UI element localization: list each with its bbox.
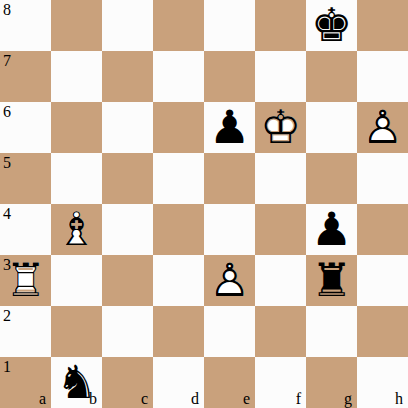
rank-label-4: 4 <box>3 206 11 222</box>
square-f7[interactable] <box>255 51 306 102</box>
rank-label-1: 1 <box>3 359 11 375</box>
piece-black-knight[interactable]: ♞ <box>51 357 102 408</box>
piece-black-rook[interactable]: ♜ <box>306 255 357 306</box>
file-label-h: h <box>395 391 403 407</box>
square-g2[interactable] <box>306 306 357 357</box>
square-g6[interactable] <box>306 102 357 153</box>
piece-white-pawn[interactable]: ♟♙ <box>357 102 408 153</box>
rank-label-5: 5 <box>3 155 11 171</box>
square-a8[interactable]: 8 <box>0 0 51 51</box>
white-pawn-icon: ♙ <box>357 102 408 153</box>
square-d3[interactable] <box>153 255 204 306</box>
square-f6[interactable]: ♚♔ <box>255 102 306 153</box>
square-d4[interactable] <box>153 204 204 255</box>
square-f8[interactable] <box>255 0 306 51</box>
square-e7[interactable] <box>204 51 255 102</box>
square-b6[interactable] <box>51 102 102 153</box>
black-knight-icon: ♞ <box>51 357 102 408</box>
square-g3[interactable]: ♜ <box>306 255 357 306</box>
square-b4[interactable]: ♝♗ <box>51 204 102 255</box>
square-h8[interactable] <box>357 0 408 51</box>
square-h3[interactable] <box>357 255 408 306</box>
square-a2[interactable]: 2 <box>0 306 51 357</box>
square-f5[interactable] <box>255 153 306 204</box>
square-d8[interactable] <box>153 0 204 51</box>
square-a7[interactable]: 7 <box>0 51 51 102</box>
piece-white-bishop[interactable]: ♝♗ <box>51 204 102 255</box>
square-c1[interactable]: c <box>102 357 153 408</box>
square-h1[interactable]: h <box>357 357 408 408</box>
white-pawn-icon: ♙ <box>204 255 255 306</box>
white-bishop-icon: ♗ <box>51 204 102 255</box>
piece-white-pawn[interactable]: ♟♙ <box>204 255 255 306</box>
square-h4[interactable] <box>357 204 408 255</box>
square-h6[interactable]: ♟♙ <box>357 102 408 153</box>
square-c3[interactable] <box>102 255 153 306</box>
file-label-d: d <box>191 391 199 407</box>
rank-label-7: 7 <box>3 53 11 69</box>
file-label-f: f <box>296 391 301 407</box>
square-b2[interactable] <box>51 306 102 357</box>
square-f2[interactable] <box>255 306 306 357</box>
square-d5[interactable] <box>153 153 204 204</box>
square-g8[interactable]: ♚ <box>306 0 357 51</box>
square-b7[interactable] <box>51 51 102 102</box>
file-label-a: a <box>39 391 46 407</box>
square-h5[interactable] <box>357 153 408 204</box>
square-c4[interactable] <box>102 204 153 255</box>
black-king-icon: ♚ <box>306 0 357 51</box>
square-a6[interactable]: 6 <box>0 102 51 153</box>
square-d7[interactable] <box>153 51 204 102</box>
square-d2[interactable] <box>153 306 204 357</box>
square-e5[interactable] <box>204 153 255 204</box>
square-b8[interactable] <box>51 0 102 51</box>
square-b1[interactable]: ♞b <box>51 357 102 408</box>
square-c7[interactable] <box>102 51 153 102</box>
square-c8[interactable] <box>102 0 153 51</box>
piece-white-king[interactable]: ♚♔ <box>255 102 306 153</box>
square-a5[interactable]: 5 <box>0 153 51 204</box>
square-c6[interactable] <box>102 102 153 153</box>
chess-board: 8♚76♟♚♔♟♙54♝♗♟♜♖3♟♙♜21a♞bcdefgh <box>0 0 408 408</box>
square-f4[interactable] <box>255 204 306 255</box>
square-a3[interactable]: ♜♖3 <box>0 255 51 306</box>
square-g4[interactable]: ♟ <box>306 204 357 255</box>
square-b5[interactable] <box>51 153 102 204</box>
black-pawn-icon: ♟ <box>204 102 255 153</box>
piece-white-rook[interactable]: ♜♖ <box>0 255 51 306</box>
square-f3[interactable] <box>255 255 306 306</box>
square-h7[interactable] <box>357 51 408 102</box>
chess-board-wrap: 8♚76♟♚♔♟♙54♝♗♟♜♖3♟♙♜21a♞bcdefgh <box>0 0 408 408</box>
square-b3[interactable] <box>51 255 102 306</box>
rank-label-8: 8 <box>3 2 11 18</box>
rank-label-6: 6 <box>3 104 11 120</box>
white-rook-icon: ♖ <box>0 255 51 306</box>
square-e4[interactable] <box>204 204 255 255</box>
square-g1[interactable]: g <box>306 357 357 408</box>
file-label-g: g <box>344 391 352 407</box>
square-e8[interactable] <box>204 0 255 51</box>
white-king-icon: ♔ <box>255 102 306 153</box>
square-c2[interactable] <box>102 306 153 357</box>
square-d1[interactable]: d <box>153 357 204 408</box>
file-label-c: c <box>141 391 148 407</box>
black-pawn-icon: ♟ <box>306 204 357 255</box>
square-e3[interactable]: ♟♙ <box>204 255 255 306</box>
square-e2[interactable] <box>204 306 255 357</box>
rank-label-2: 2 <box>3 308 11 324</box>
square-e1[interactable]: e <box>204 357 255 408</box>
piece-black-pawn[interactable]: ♟ <box>204 102 255 153</box>
square-h2[interactable] <box>357 306 408 357</box>
piece-black-pawn[interactable]: ♟ <box>306 204 357 255</box>
square-f1[interactable]: f <box>255 357 306 408</box>
square-a1[interactable]: 1a <box>0 357 51 408</box>
piece-black-king[interactable]: ♚ <box>306 0 357 51</box>
file-label-e: e <box>243 391 250 407</box>
square-e6[interactable]: ♟ <box>204 102 255 153</box>
square-c5[interactable] <box>102 153 153 204</box>
square-g5[interactable] <box>306 153 357 204</box>
square-a4[interactable]: 4 <box>0 204 51 255</box>
square-d6[interactable] <box>153 102 204 153</box>
square-g7[interactable] <box>306 51 357 102</box>
black-rook-icon: ♜ <box>306 255 357 306</box>
